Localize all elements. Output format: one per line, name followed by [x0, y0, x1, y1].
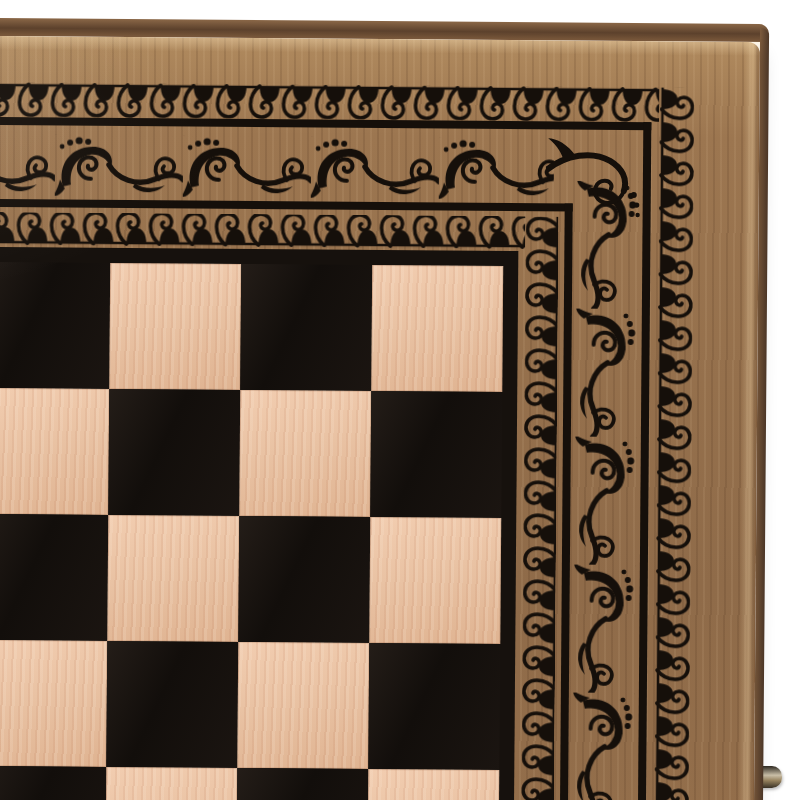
- board-square: [237, 642, 369, 769]
- ornament-wave-scroll-band-top: [0, 75, 660, 122]
- ornament-flourish-band-right: [565, 181, 638, 800]
- board-square: [0, 766, 106, 800]
- board-square: [367, 769, 499, 800]
- board-square: [109, 263, 241, 390]
- board-square: [239, 390, 371, 517]
- chessboard: [0, 29, 760, 800]
- hinge-pin: [760, 766, 782, 788]
- board-square: [108, 389, 240, 516]
- board-square: [371, 265, 503, 392]
- board-square: [0, 514, 108, 641]
- board-squares-grid: [0, 258, 503, 800]
- board-wood-frame: [0, 29, 760, 800]
- board-square: [105, 767, 237, 800]
- ornament-flourish-band-top: [0, 127, 554, 200]
- board-square: [0, 388, 109, 515]
- board-square: [238, 516, 370, 643]
- board-square: [370, 391, 502, 518]
- playfield-border: [0, 240, 518, 800]
- board-square: [107, 515, 239, 642]
- board-square: [0, 640, 107, 767]
- board-square: [368, 643, 500, 770]
- photo-background: [0, 0, 800, 800]
- board-square: [369, 517, 501, 644]
- board-square: [240, 264, 372, 391]
- board-square: [106, 641, 238, 768]
- board-square: [0, 262, 110, 389]
- ornament-corner-flourish: [546, 134, 657, 223]
- board-square: [236, 768, 368, 800]
